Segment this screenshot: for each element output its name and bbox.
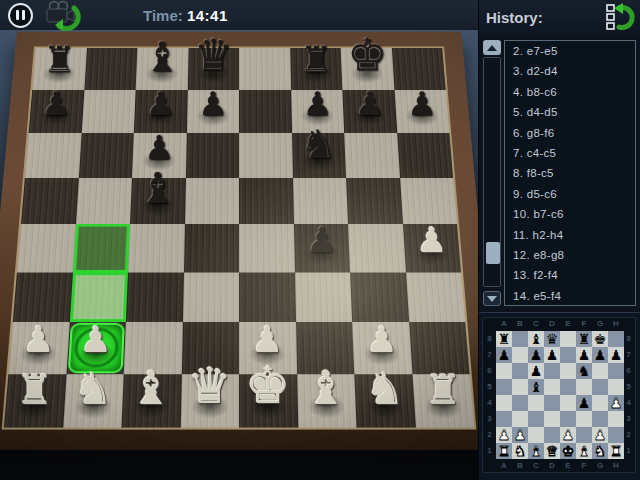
mini-white-n: ♞ [512,443,528,459]
mini-white-n: ♞ [592,443,608,459]
mini-square-g6 [592,363,608,379]
white-pawn-h4[interactable]: ♟ [417,223,448,257]
mini-white-r: ♜ [496,443,512,459]
mini-square-a4 [496,395,512,411]
history-move[interactable]: 3. d2-d4 [505,61,635,81]
mini-square-e6 [560,363,576,379]
square-d4[interactable] [183,224,239,272]
mini-white-b: ♝ [576,443,592,459]
square-b7[interactable] [81,90,135,133]
mini-file-label-F: F [576,318,592,330]
highlight-move-b3 [69,272,128,322]
mini-file-label-B: B [512,318,528,330]
mini-square-g4 [592,395,608,411]
black-bishop-c8[interactable]: ♝ [144,37,180,78]
mini-black-q: ♛ [544,331,560,347]
mini-file-label-D: D [544,460,560,472]
square-b6[interactable] [78,133,133,178]
square-g6[interactable] [344,133,399,178]
mini-file-label-H: H [608,318,624,330]
mini-square-d8: ♛ [544,331,560,347]
history-move[interactable]: 14. e5-f4 [505,286,635,306]
history-move[interactable]: 2. e7-e5 [505,41,635,61]
mini-white-p: ♟ [608,395,624,411]
mini-square-g7: ♟ [592,347,608,363]
white-rook-h1[interactable]: ♜ [425,370,461,411]
history-move[interactable]: 10. b7-c6 [505,204,635,224]
history-move[interactable]: 6. g8-f6 [505,123,635,143]
mini-black-p: ♟ [528,363,544,379]
mini-file-label-A: A [496,318,512,330]
mini-black-p: ♟ [528,347,544,363]
square-g3[interactable] [350,272,409,322]
mini-square-a2: ♟ [496,427,512,443]
mini-square-f7: ♟ [576,347,592,363]
mini-square-d4 [544,395,560,411]
mini-square-b5 [512,379,528,395]
mini-square-a8: ♜ [496,331,512,347]
mini-square-g3 [592,411,608,427]
mini-white-q: ♛ [544,443,560,459]
mini-white-p: ♟ [496,427,512,443]
mini-black-p: ♟ [592,347,608,363]
white-bishop-c1[interactable]: ♝ [131,365,172,411]
mini-square-b7 [512,347,528,363]
mini-white-k: ♚ [560,443,576,459]
mini-square-d5 [544,379,560,395]
side-panel: History: 2. e7-e53. d2-d44. b8-c65. d4-d… [478,0,640,480]
time-value: 14:41 [187,7,228,24]
board-3d-scene: ♜♝♛♜♚♟♟♟♟♟♟♟♞♝♟♟♟♟♟♟♜♞♝♛♚♝♞♜ [0,30,478,480]
mini-black-p: ♟ [496,347,512,363]
mini-white-p: ♟ [560,427,576,443]
black-pawn-c7[interactable]: ♟ [146,88,175,121]
black-knight-f6[interactable]: ♞ [301,124,337,164]
black-pawn-f4[interactable]: ♟ [306,223,337,257]
mini-square-f8: ♜ [576,331,592,347]
mini-square-h6 [608,363,624,379]
mini-square-f3 [576,411,592,427]
mini-square-g2: ♟ [592,427,608,443]
mini-square-b2: ♟ [512,427,528,443]
mini-square-c2 [528,427,544,443]
mini-white-r: ♜ [608,443,624,459]
mini-square-g1: ♞ [592,443,608,459]
mini-board-panel: ABCDEFGH ABCDEFGH 87654321 87654321 ♜♝♛♜… [479,312,640,480]
mini-rank-label-3: 3 [483,411,496,427]
mini-square-e4 [560,395,576,411]
history-move[interactable]: 4. b8-c6 [505,82,635,102]
mini-files-top: ABCDEFGH [496,318,624,330]
history-title: History: [486,9,543,26]
square-g4[interactable] [348,224,406,272]
black-pawn-a7[interactable]: ♟ [42,88,71,121]
mini-white-p: ♟ [512,427,528,443]
mini-square-f6: ♞ [576,363,592,379]
mini-black-p: ♟ [576,347,592,363]
mini-ranks-left: 87654321 [483,331,496,459]
mini-square-g5 [592,379,608,395]
square-a3[interactable] [13,272,73,322]
mini-square-a5 [496,379,512,395]
mini-square-g8: ♚ [592,331,608,347]
highlight-move-b4 [72,224,130,272]
white-pawn-g2[interactable]: ♟ [366,322,398,358]
scroll-down-button[interactable] [483,291,501,306]
black-king-g8[interactable]: ♚ [348,33,388,77]
square-c4[interactable] [128,224,185,272]
mini-file-label-C: C [528,318,544,330]
black-rook-f8[interactable]: ♜ [300,42,332,78]
mini-square-e7 [560,347,576,363]
square-f3[interactable] [295,272,353,322]
mini-square-h1: ♜ [608,443,624,459]
mini-square-c7: ♟ [528,347,544,363]
mini-square-a6 [496,363,512,379]
history-move[interactable]: 11. h2-h4 [505,225,635,245]
square-h8[interactable] [391,48,445,90]
history-undo-button[interactable] [602,1,636,33]
square-e6[interactable] [239,133,293,178]
mini-black-n: ♞ [576,363,592,379]
mini-square-h4: ♟ [608,395,624,411]
mini-square-e2: ♟ [560,427,576,443]
history-undo-icon [602,1,636,33]
pause-button[interactable] [8,3,33,28]
mini-file-label-G: G [592,460,608,472]
history-move[interactable]: 5. d4-d5 [505,102,635,122]
mini-black-r: ♜ [576,331,592,347]
mini-file-label-B: B [512,460,528,472]
mini-rank-label-2: 2 [483,427,496,443]
mini-black-p: ♟ [544,347,560,363]
time-label: Time: [143,7,183,24]
mini-white-b: ♝ [528,443,544,459]
mini-file-label-C: C [528,460,544,472]
black-pawn-c6[interactable]: ♟ [144,131,174,164]
black-pawn-g7[interactable]: ♟ [355,88,384,121]
mini-square-e1: ♚ [560,443,576,459]
mini-file-label-A: A [496,460,512,472]
mini-square-e5 [560,379,576,395]
white-knight-g1[interactable]: ♞ [365,367,404,411]
mini-board-grid: ♜♝♛♜♚♟♟♟♟♟♟♟♞♝♟♟♟♟♟♟♜♞♝♛♚♝♞♜ [496,331,624,459]
mini-board: ABCDEFGH ABCDEFGH 87654321 87654321 ♜♝♛♜… [482,317,636,473]
scroll-thumb[interactable] [486,242,500,264]
black-bishop-c5[interactable]: ♝ [139,167,177,210]
white-rook-a1[interactable]: ♜ [17,370,53,411]
mini-square-c1: ♝ [528,443,544,459]
square-e4[interactable] [239,224,295,272]
mini-black-p: ♟ [608,347,624,363]
square-d5[interactable] [185,178,240,224]
mini-file-label-E: E [560,318,576,330]
mini-square-c8: ♝ [528,331,544,347]
camera-rotate-button[interactable] [43,0,85,31]
mini-square-d7: ♟ [544,347,560,363]
mini-black-k: ♚ [592,331,608,347]
app-window: ♜♝♛♜♚♟♟♟♟♟♟♟♞♝♟♟♟♟♟♟♜♞♝♛♚♝♞♜ Time: 14:41… [0,0,640,480]
camera-rotate-icon [43,0,85,31]
history-move-list: 2. e7-e53. d2-d44. b8-c65. d4-d56. g8-f6… [504,40,636,306]
history-move[interactable]: 7. c4-c5 [505,143,635,163]
top-bar: Time: 14:41 [0,0,478,30]
scroll-up-button[interactable] [483,40,501,55]
history-move[interactable]: 9. d5-c6 [505,184,635,204]
square-a6[interactable] [25,133,81,178]
mini-black-r: ♜ [496,331,512,347]
white-bishop-f1[interactable]: ♝ [306,365,347,411]
mini-square-f1: ♝ [576,443,592,459]
mini-square-h7: ♟ [608,347,624,363]
white-knight-b1[interactable]: ♞ [73,367,112,411]
mini-square-d2 [544,427,560,443]
black-pawn-f7[interactable]: ♟ [303,88,332,121]
mini-square-b4 [512,395,528,411]
white-pawn-b2[interactable]: ♟ [80,322,112,358]
mini-square-c3 [528,411,544,427]
mini-file-label-H: H [608,460,624,472]
mini-files-bottom: ABCDEFGH [496,460,624,472]
mini-square-e8 [560,331,576,347]
square-g5[interactable] [346,178,402,224]
mini-square-f4: ♟ [576,395,592,411]
square-e3[interactable] [239,272,296,322]
mini-square-d6 [544,363,560,379]
mini-rank-label-8: 8 [483,331,496,347]
history-scrollbar [483,40,501,306]
square-a5[interactable] [21,178,78,224]
scroll-track[interactable] [483,57,501,287]
mini-rank-label-5: 5 [483,379,496,395]
square-a4[interactable] [17,224,76,272]
square-h5[interactable] [400,178,457,224]
history-move[interactable]: 12. e8-g8 [505,245,635,265]
mini-square-b8 [512,331,528,347]
mini-square-h2 [608,427,624,443]
mini-square-c6: ♟ [528,363,544,379]
square-b3[interactable] [69,272,128,322]
square-h3[interactable] [406,272,466,322]
square-d3[interactable] [182,272,239,322]
mini-square-h5 [608,379,624,395]
mini-black-b: ♝ [528,331,544,347]
square-f5[interactable] [293,178,348,224]
white-pawn-e2[interactable]: ♟ [252,322,284,358]
mini-rank-label-4: 4 [483,395,496,411]
square-e5[interactable] [239,178,294,224]
mini-square-b6 [512,363,528,379]
mini-square-d3 [544,411,560,427]
mini-square-b1: ♞ [512,443,528,459]
game-clock: Time: 14:41 [143,7,228,24]
mini-rank-label-7: 7 [483,347,496,363]
mini-file-label-F: F [576,460,592,472]
square-e8[interactable] [239,48,291,90]
mini-square-h3 [608,411,624,427]
mini-square-c5: ♝ [528,379,544,395]
history-header: History: [479,0,640,34]
black-pawn-h7[interactable]: ♟ [407,88,436,121]
mini-file-label-E: E [560,460,576,472]
history-move[interactable]: 8. f8-c5 [505,163,635,183]
black-queen-d8[interactable]: ♛ [194,34,233,77]
white-king-e1[interactable]: ♚ [246,361,291,411]
square-c3[interactable] [126,272,184,322]
mini-black-b: ♝ [528,379,544,395]
square-d6[interactable] [185,133,239,178]
white-pawn-a2[interactable]: ♟ [23,322,55,358]
square-b4[interactable] [72,224,130,272]
black-pawn-d7[interactable]: ♟ [198,88,227,121]
mini-square-a3 [496,411,512,427]
square-b5[interactable] [76,178,132,224]
mini-black-p: ♟ [576,395,592,411]
mini-square-c4 [528,395,544,411]
mini-square-d1: ♛ [544,443,560,459]
mini-square-b3 [512,411,528,427]
mini-file-label-D: D [544,318,560,330]
mini-rank-label-1: 1 [483,443,496,459]
mini-square-f5 [576,379,592,395]
mini-file-label-G: G [592,318,608,330]
black-rook-a8[interactable]: ♜ [43,42,75,78]
white-queen-d1[interactable]: ♛ [188,362,232,411]
mini-square-h8 [608,331,624,347]
mini-square-f2 [576,427,592,443]
square-b8[interactable] [84,48,137,90]
square-h6[interactable] [397,133,453,178]
mini-square-a1: ♜ [496,443,512,459]
mini-rank-label-6: 6 [483,363,496,379]
mini-square-a7: ♟ [496,347,512,363]
history-move[interactable]: 13. f2-f4 [505,265,635,285]
mini-white-p: ♟ [592,427,608,443]
mini-square-e3 [560,411,576,427]
square-e7[interactable] [239,90,292,133]
